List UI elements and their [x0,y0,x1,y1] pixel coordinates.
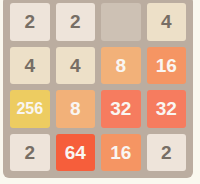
tile-4: 4 [56,47,96,85]
tile-4: 4 [147,3,187,41]
tile-2: 2 [10,3,50,41]
tile-64: 64 [56,134,96,172]
tile-16: 16 [147,47,187,85]
tile-2: 2 [56,3,96,41]
tile-2: 2 [147,134,187,172]
tile-4: 4 [10,47,50,85]
tile-16: 16 [101,134,141,172]
tile-256: 256 [10,90,50,128]
tile-32: 32 [101,90,141,128]
2048-board[interactable]: 2244481625683232264162 [3,0,193,178]
empty-cell [101,3,141,41]
tile-8: 8 [56,90,96,128]
tile-2: 2 [10,134,50,172]
tile-32: 32 [147,90,187,128]
tile-8: 8 [101,47,141,85]
